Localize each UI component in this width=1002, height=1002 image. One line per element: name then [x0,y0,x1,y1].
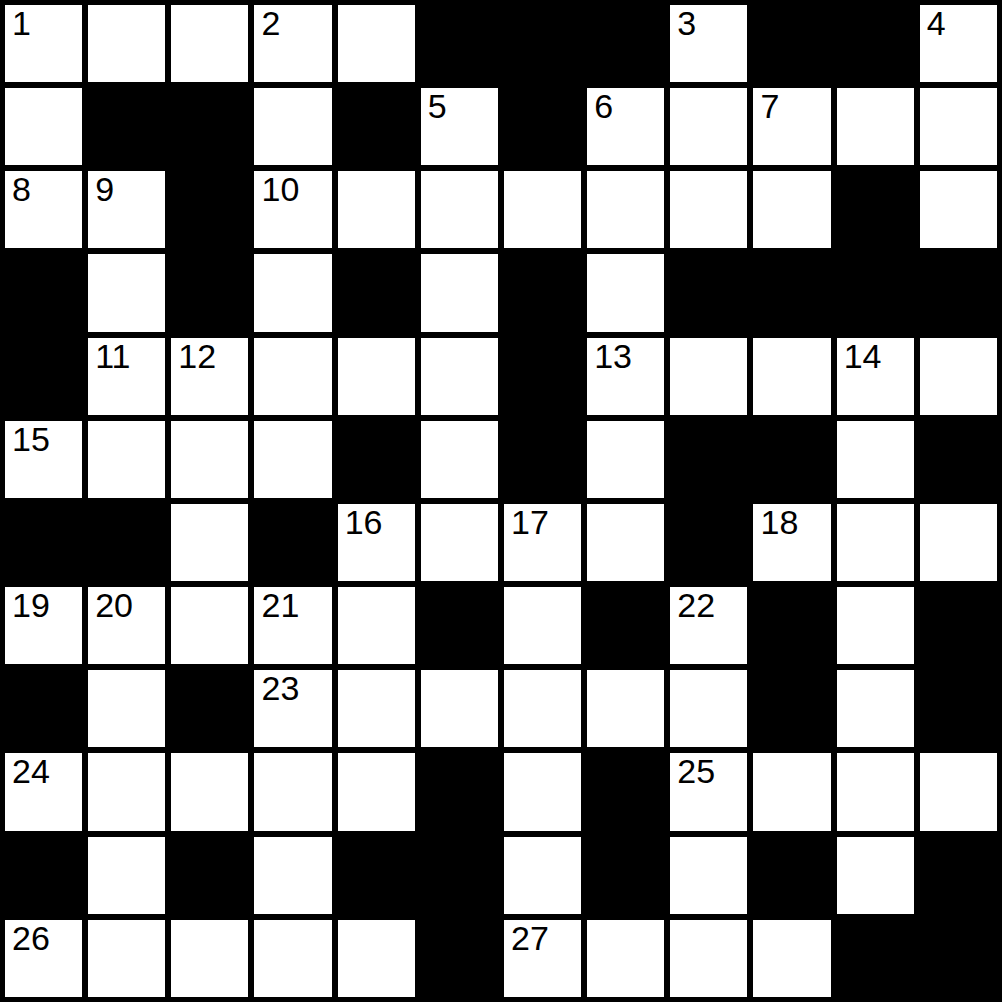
blocked-cell [5,670,82,747]
open-cell[interactable] [837,753,914,830]
clue-number: 16 [345,505,383,541]
open-cell[interactable]: 18 [753,504,830,581]
open-cell[interactable] [338,171,415,248]
open-cell[interactable] [88,837,165,914]
clue-number: 14 [844,339,882,375]
open-cell[interactable]: 8 [5,171,82,248]
blocked-cell [171,171,248,248]
blocked-cell [587,587,664,664]
open-cell[interactable] [171,753,248,830]
clue-number: 9 [95,172,114,208]
open-cell[interactable] [670,338,747,415]
open-cell[interactable] [587,670,664,747]
crossword-grid: 1234567891011121314151617181920212223242… [0,0,1002,1002]
open-cell[interactable] [421,254,498,331]
clue-number: 1 [12,6,31,42]
clue-number: 18 [760,505,798,541]
blocked-cell [587,5,664,82]
open-cell[interactable] [421,504,498,581]
blocked-cell [504,338,581,415]
blocked-cell [587,837,664,914]
blocked-cell [504,254,581,331]
open-cell[interactable]: 5 [421,88,498,165]
blocked-cell [753,670,830,747]
open-cell[interactable]: 20 [88,587,165,664]
blocked-cell [920,421,997,498]
clue-number: 26 [12,921,50,957]
open-cell[interactable] [254,421,331,498]
blocked-cell [837,171,914,248]
open-cell[interactable] [338,5,415,82]
blocked-cell [338,837,415,914]
open-cell[interactable] [837,587,914,664]
open-cell[interactable] [254,88,331,165]
open-cell[interactable]: 19 [5,587,82,664]
open-cell[interactable] [338,920,415,997]
clue-number: 11 [95,339,130,375]
blocked-cell [88,504,165,581]
blocked-cell [254,504,331,581]
clue-number: 12 [178,339,216,375]
open-cell[interactable] [338,670,415,747]
open-cell[interactable] [670,88,747,165]
open-cell[interactable]: 23 [254,670,331,747]
blocked-cell [670,254,747,331]
clue-number: 23 [261,671,299,707]
blocked-cell [920,920,997,997]
blocked-cell [5,837,82,914]
blocked-cell [504,88,581,165]
clue-number: 3 [677,6,696,42]
blocked-cell [5,338,82,415]
open-cell[interactable] [504,587,581,664]
open-cell[interactable] [171,587,248,664]
blocked-cell [88,88,165,165]
open-cell[interactable]: 22 [670,587,747,664]
clue-number: 2 [261,6,280,42]
open-cell[interactable] [504,753,581,830]
open-cell[interactable] [504,670,581,747]
blocked-cell [837,254,914,331]
open-cell[interactable] [421,338,498,415]
open-cell[interactable] [587,421,664,498]
clue-number: 10 [261,172,299,208]
open-cell[interactable] [504,837,581,914]
blocked-cell [753,5,830,82]
blocked-cell [837,920,914,997]
blocked-cell [338,88,415,165]
blocked-cell [421,837,498,914]
open-cell[interactable] [88,670,165,747]
blocked-cell [171,837,248,914]
open-cell[interactable] [88,254,165,331]
open-cell[interactable] [254,338,331,415]
open-cell[interactable]: 14 [837,338,914,415]
open-cell[interactable] [753,338,830,415]
open-cell[interactable] [670,920,747,997]
open-cell[interactable] [338,587,415,664]
open-cell[interactable] [254,837,331,914]
open-cell[interactable] [338,753,415,830]
blocked-cell [920,670,997,747]
open-cell[interactable] [753,920,830,997]
clue-number: 15 [12,422,50,458]
open-cell[interactable]: 7 [753,88,830,165]
blocked-cell [421,587,498,664]
blocked-cell [504,5,581,82]
open-cell[interactable] [171,5,248,82]
open-cell[interactable]: 27 [504,920,581,997]
open-cell[interactable] [837,504,914,581]
blocked-cell [670,421,747,498]
open-cell[interactable] [88,421,165,498]
open-cell[interactable] [837,421,914,498]
open-cell[interactable]: 12 [171,338,248,415]
open-cell[interactable] [171,504,248,581]
blocked-cell [338,421,415,498]
open-cell[interactable]: 13 [587,338,664,415]
open-cell[interactable]: 2 [254,5,331,82]
open-cell[interactable] [920,171,997,248]
clue-number: 21 [261,588,299,624]
clue-number: 20 [95,588,133,624]
open-cell[interactable] [421,421,498,498]
blocked-cell [753,837,830,914]
open-cell[interactable] [753,171,830,248]
blocked-cell [5,254,82,331]
clue-number: 25 [677,754,715,790]
open-cell[interactable] [587,254,664,331]
open-cell[interactable]: 1 [5,5,82,82]
open-cell[interactable] [587,171,664,248]
open-cell[interactable] [920,338,997,415]
clue-number: 5 [428,89,447,125]
open-cell[interactable]: 6 [587,88,664,165]
open-cell[interactable] [920,88,997,165]
clue-number: 6 [594,89,613,125]
blocked-cell [504,421,581,498]
open-cell[interactable] [171,421,248,498]
open-cell[interactable] [5,88,82,165]
open-cell[interactable]: 17 [504,504,581,581]
open-cell[interactable]: 25 [670,753,747,830]
open-cell[interactable] [254,753,331,830]
blocked-cell [421,753,498,830]
blocked-cell [920,587,997,664]
clue-number: 13 [594,339,632,375]
open-cell[interactable] [338,338,415,415]
blocked-cell [587,753,664,830]
clue-number: 7 [760,89,779,125]
open-cell[interactable]: 9 [88,171,165,248]
open-cell[interactable] [88,5,165,82]
blocked-cell [171,670,248,747]
open-cell[interactable]: 3 [670,5,747,82]
open-cell[interactable] [670,171,747,248]
open-cell[interactable] [421,171,498,248]
blocked-cell [670,504,747,581]
clue-number: 8 [12,172,31,208]
open-cell[interactable] [587,920,664,997]
open-cell[interactable] [587,504,664,581]
clue-number: 27 [511,921,549,957]
clue-number: 19 [12,588,50,624]
open-cell[interactable]: 16 [338,504,415,581]
blocked-cell [837,5,914,82]
blocked-cell [753,587,830,664]
open-cell[interactable]: 26 [5,920,82,997]
blocked-cell [753,254,830,331]
open-cell[interactable] [920,753,997,830]
open-cell[interactable]: 4 [920,5,997,82]
blocked-cell [171,88,248,165]
blocked-cell [5,504,82,581]
open-cell[interactable] [88,920,165,997]
clue-number: 24 [12,754,50,790]
open-cell[interactable] [254,920,331,997]
open-cell[interactable]: 24 [5,753,82,830]
open-cell[interactable] [171,920,248,997]
clue-number: 17 [511,505,549,541]
open-cell[interactable]: 15 [5,421,82,498]
open-cell[interactable] [670,837,747,914]
open-cell[interactable]: 10 [254,171,331,248]
blocked-cell [421,5,498,82]
open-cell[interactable]: 21 [254,587,331,664]
blocked-cell [171,254,248,331]
open-cell[interactable] [837,88,914,165]
blocked-cell [920,254,997,331]
open-cell[interactable] [254,254,331,331]
blocked-cell [753,421,830,498]
open-cell[interactable] [837,670,914,747]
open-cell[interactable] [837,837,914,914]
open-cell[interactable] [504,171,581,248]
blocked-cell [338,254,415,331]
clue-number: 4 [927,6,946,42]
open-cell[interactable] [88,753,165,830]
open-cell[interactable] [670,670,747,747]
clue-number: 22 [677,588,715,624]
open-cell[interactable] [421,670,498,747]
open-cell[interactable]: 11 [88,338,165,415]
open-cell[interactable] [753,753,830,830]
blocked-cell [920,837,997,914]
open-cell[interactable] [920,504,997,581]
blocked-cell [421,920,498,997]
